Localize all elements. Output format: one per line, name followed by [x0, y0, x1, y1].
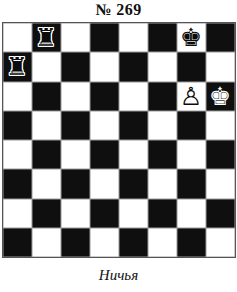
- square-a7: ♜: [3, 52, 32, 81]
- square-b5: [32, 111, 61, 140]
- white-pawn-icon: ♙: [180, 84, 202, 109]
- square-d4: [90, 140, 119, 169]
- square-d5: [90, 111, 119, 140]
- square-f5: [148, 111, 177, 140]
- square-d7: [90, 52, 119, 81]
- square-b4: [32, 140, 61, 169]
- square-g3: [177, 169, 206, 198]
- puzzle-number-title: № 269: [0, 0, 237, 19]
- black-rook-icon: ♜: [6, 54, 28, 79]
- square-g2: [177, 199, 206, 228]
- square-d8: [90, 23, 119, 52]
- square-g4: [177, 140, 206, 169]
- square-e2: [119, 199, 148, 228]
- square-c1: [61, 228, 90, 257]
- square-c7: [61, 52, 90, 81]
- square-f2: [148, 199, 177, 228]
- square-g1: [177, 228, 206, 257]
- square-b7: [32, 52, 61, 81]
- square-c3: [61, 169, 90, 198]
- chess-board: ♜♚♜♙♚: [2, 22, 236, 258]
- square-h5: [206, 111, 235, 140]
- square-f7: [148, 52, 177, 81]
- square-c5: [61, 111, 90, 140]
- square-a1: [3, 228, 32, 257]
- square-d6: [90, 82, 119, 111]
- square-e4: [119, 140, 148, 169]
- square-h8: [206, 23, 235, 52]
- square-h4: [206, 140, 235, 169]
- square-c4: [61, 140, 90, 169]
- square-g7: [177, 52, 206, 81]
- square-a8: [3, 23, 32, 52]
- black-king-icon: ♚: [180, 25, 202, 50]
- square-b3: [32, 169, 61, 198]
- square-b6: [32, 82, 61, 111]
- square-h1: [206, 228, 235, 257]
- black-rook-icon: ♜: [35, 25, 57, 50]
- square-a2: [3, 199, 32, 228]
- square-g6: ♙: [177, 82, 206, 111]
- square-c2: [61, 199, 90, 228]
- square-c8: [61, 23, 90, 52]
- square-g5: [177, 111, 206, 140]
- square-e5: [119, 111, 148, 140]
- square-f8: [148, 23, 177, 52]
- square-e8: [119, 23, 148, 52]
- square-f3: [148, 169, 177, 198]
- square-h6: ♚: [206, 82, 235, 111]
- square-f1: [148, 228, 177, 257]
- square-d1: [90, 228, 119, 257]
- puzzle-diagram-page: № 269 ♜♚♜♙♚ Ничья: [0, 0, 237, 292]
- square-h2: [206, 199, 235, 228]
- square-d3: [90, 169, 119, 198]
- square-b2: [32, 199, 61, 228]
- square-c6: [61, 82, 90, 111]
- square-a3: [3, 169, 32, 198]
- square-a6: [3, 82, 32, 111]
- square-e7: [119, 52, 148, 81]
- square-f6: [148, 82, 177, 111]
- square-a4: [3, 140, 32, 169]
- square-d2: [90, 199, 119, 228]
- square-e6: [119, 82, 148, 111]
- square-b1: [32, 228, 61, 257]
- square-e3: [119, 169, 148, 198]
- square-g8: ♚: [177, 23, 206, 52]
- white-king-icon: ♚: [209, 84, 231, 109]
- square-a5: [3, 111, 32, 140]
- square-h3: [206, 169, 235, 198]
- square-h7: [206, 52, 235, 81]
- square-e1: [119, 228, 148, 257]
- puzzle-caption: Ничья: [0, 267, 237, 284]
- square-f4: [148, 140, 177, 169]
- square-b8: ♜: [32, 23, 61, 52]
